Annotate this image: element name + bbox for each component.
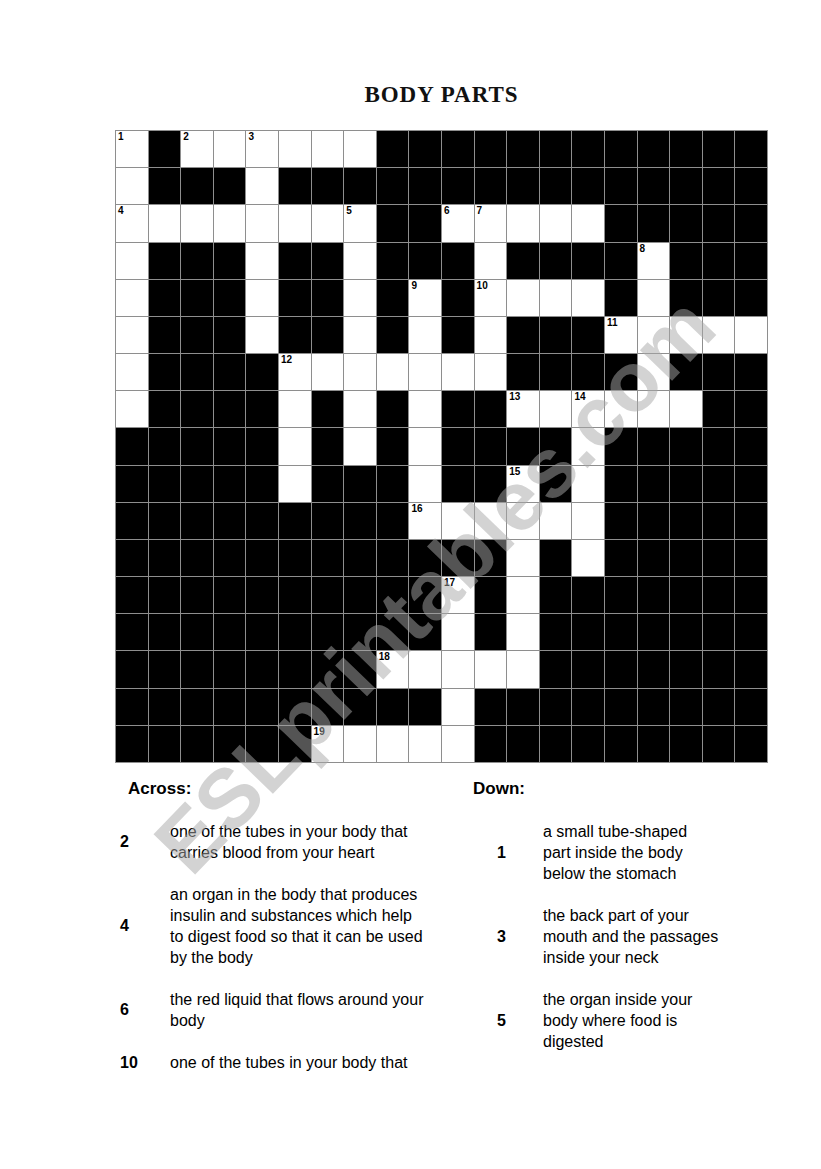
white-cell[interactable]: 4 [116, 205, 148, 241]
black-cell [312, 243, 344, 279]
black-cell [344, 689, 376, 725]
black-cell [540, 168, 572, 204]
black-cell [475, 428, 507, 464]
black-cell [605, 131, 637, 167]
black-cell [409, 168, 441, 204]
black-cell [344, 540, 376, 576]
white-cell[interactable] [181, 205, 213, 241]
black-cell [475, 131, 507, 167]
clue-item-number: 6 [120, 1001, 170, 1019]
black-cell [670, 243, 702, 279]
black-cell [181, 726, 213, 762]
black-cell [735, 354, 767, 390]
clue-item: 10one of the tubes in your body that [120, 1052, 470, 1073]
white-cell[interactable] [409, 317, 441, 353]
black-cell [735, 280, 767, 316]
white-cell[interactable] [116, 354, 148, 390]
black-cell [475, 614, 507, 650]
down-header: Down: [473, 779, 803, 799]
black-cell [149, 540, 181, 576]
black-cell [149, 168, 181, 204]
black-cell [279, 577, 311, 613]
clue-number: 12 [281, 355, 292, 365]
white-cell[interactable]: 5 [344, 205, 376, 241]
black-cell [703, 540, 735, 576]
clue-number: 6 [444, 206, 450, 216]
black-cell [214, 651, 246, 687]
white-cell[interactable] [475, 651, 507, 687]
black-cell [214, 726, 246, 762]
white-cell[interactable] [507, 280, 539, 316]
black-cell [116, 428, 148, 464]
black-cell [116, 540, 148, 576]
white-cell[interactable] [572, 205, 604, 241]
black-cell [670, 168, 702, 204]
white-cell[interactable] [409, 354, 441, 390]
black-cell [377, 391, 409, 427]
down-clue-list: 1a small tube-shaped part inside the bod… [473, 821, 803, 1052]
white-cell[interactable] [507, 577, 539, 613]
black-cell [181, 466, 213, 502]
white-cell[interactable] [344, 726, 376, 762]
black-cell [312, 651, 344, 687]
across-clue-list: 2one of the tubes in your body that carr… [120, 821, 470, 1073]
black-cell [442, 243, 474, 279]
black-cell [246, 614, 278, 650]
black-cell [181, 540, 213, 576]
black-cell [246, 726, 278, 762]
white-cell[interactable] [409, 428, 441, 464]
across-header: Across: [120, 779, 470, 799]
black-cell [507, 317, 539, 353]
black-cell [670, 577, 702, 613]
black-cell [475, 466, 507, 502]
black-cell [735, 651, 767, 687]
black-cell [149, 354, 181, 390]
white-cell[interactable]: 19 [312, 726, 344, 762]
white-cell[interactable] [638, 280, 670, 316]
black-cell [312, 317, 344, 353]
black-cell [214, 391, 246, 427]
black-cell [116, 503, 148, 539]
black-cell [214, 689, 246, 725]
clue-item-text: one of the tubes in your body that [170, 1052, 408, 1073]
white-cell[interactable] [507, 205, 539, 241]
black-cell [572, 651, 604, 687]
black-cell [214, 280, 246, 316]
black-cell [377, 577, 409, 613]
clue-number: 5 [346, 206, 352, 216]
black-cell [507, 168, 539, 204]
white-cell[interactable] [344, 428, 376, 464]
black-cell [670, 614, 702, 650]
white-cell[interactable] [246, 205, 278, 241]
white-cell[interactable] [116, 391, 148, 427]
black-cell [605, 726, 637, 762]
white-cell[interactable] [670, 317, 702, 353]
black-cell [605, 503, 637, 539]
white-cell[interactable]: 15 [507, 466, 539, 502]
white-cell[interactable] [279, 131, 311, 167]
black-cell [149, 280, 181, 316]
black-cell [572, 354, 604, 390]
white-cell[interactable] [507, 614, 539, 650]
black-cell [475, 689, 507, 725]
white-cell[interactable] [409, 651, 441, 687]
black-cell [279, 614, 311, 650]
black-cell [638, 466, 670, 502]
white-cell[interactable] [442, 651, 474, 687]
black-cell [605, 168, 637, 204]
white-cell[interactable] [279, 205, 311, 241]
black-cell [507, 726, 539, 762]
black-cell [149, 466, 181, 502]
black-cell [475, 540, 507, 576]
clue-number: 1 [118, 132, 124, 142]
black-cell [670, 726, 702, 762]
black-cell [670, 503, 702, 539]
black-cell [442, 280, 474, 316]
black-cell [377, 280, 409, 316]
white-cell[interactable] [703, 317, 735, 353]
black-cell [735, 168, 767, 204]
black-cell [638, 577, 670, 613]
black-cell [409, 540, 441, 576]
white-cell[interactable]: 2 [181, 131, 213, 167]
clue-item: 1a small tube-shaped part inside the bod… [473, 821, 803, 884]
black-cell [703, 243, 735, 279]
black-cell [149, 651, 181, 687]
white-cell[interactable]: 12 [279, 354, 311, 390]
clue-item-text: the red liquid that flows around your bo… [170, 989, 423, 1031]
black-cell [638, 540, 670, 576]
white-cell[interactable] [246, 243, 278, 279]
black-cell [703, 689, 735, 725]
black-cell [279, 503, 311, 539]
clue-number: 2 [183, 132, 189, 142]
black-cell [703, 428, 735, 464]
white-cell[interactable] [344, 243, 376, 279]
white-cell[interactable] [735, 317, 767, 353]
black-cell [214, 168, 246, 204]
black-cell [735, 205, 767, 241]
white-cell[interactable] [638, 354, 670, 390]
white-cell[interactable] [116, 317, 148, 353]
black-cell [475, 726, 507, 762]
white-cell[interactable] [442, 726, 474, 762]
black-cell [377, 614, 409, 650]
white-cell[interactable] [572, 503, 604, 539]
black-cell [246, 503, 278, 539]
black-cell [149, 577, 181, 613]
black-cell [181, 280, 213, 316]
black-cell [670, 428, 702, 464]
white-cell[interactable] [409, 391, 441, 427]
white-cell[interactable] [279, 466, 311, 502]
black-cell [735, 131, 767, 167]
clue-number: 16 [411, 504, 422, 514]
white-cell[interactable] [572, 466, 604, 502]
black-cell [735, 466, 767, 502]
white-cell[interactable] [572, 428, 604, 464]
clue-number: 14 [574, 392, 585, 402]
black-cell [703, 577, 735, 613]
black-cell [670, 689, 702, 725]
black-cell [214, 614, 246, 650]
black-cell [670, 280, 702, 316]
black-cell [312, 577, 344, 613]
clue-item: 3the back part of your mouth and the pas… [473, 905, 803, 968]
black-cell [540, 317, 572, 353]
black-cell [279, 540, 311, 576]
black-cell [540, 428, 572, 464]
white-cell[interactable] [638, 317, 670, 353]
white-cell[interactable] [475, 243, 507, 279]
black-cell [703, 726, 735, 762]
black-cell [703, 168, 735, 204]
white-cell[interactable] [475, 317, 507, 353]
black-cell [214, 577, 246, 613]
black-cell [442, 391, 474, 427]
white-cell[interactable]: 14 [572, 391, 604, 427]
black-cell [279, 168, 311, 204]
white-cell[interactable]: 7 [475, 205, 507, 241]
white-cell[interactable] [540, 205, 572, 241]
black-cell [377, 168, 409, 204]
white-cell[interactable] [377, 726, 409, 762]
white-cell[interactable] [377, 354, 409, 390]
white-cell[interactable] [312, 131, 344, 167]
black-cell [540, 614, 572, 650]
black-cell [116, 614, 148, 650]
black-cell [181, 689, 213, 725]
black-cell [409, 243, 441, 279]
white-cell[interactable] [572, 540, 604, 576]
black-cell [377, 540, 409, 576]
black-cell [344, 168, 376, 204]
black-cell [377, 503, 409, 539]
clue-number: 18 [379, 652, 390, 662]
white-cell[interactable] [409, 466, 441, 502]
white-cell[interactable] [116, 243, 148, 279]
white-cell[interactable] [344, 317, 376, 353]
black-cell [442, 131, 474, 167]
white-cell[interactable]: 10 [475, 280, 507, 316]
white-cell[interactable] [344, 391, 376, 427]
white-cell[interactable] [540, 280, 572, 316]
black-cell [442, 317, 474, 353]
black-cell [735, 614, 767, 650]
clue-item-text: the organ inside your body where food is… [543, 989, 692, 1052]
black-cell [540, 689, 572, 725]
clue-number: 13 [509, 392, 520, 402]
white-cell[interactable] [475, 354, 507, 390]
black-cell [181, 243, 213, 279]
black-cell [540, 131, 572, 167]
black-cell [181, 651, 213, 687]
white-cell[interactable]: 16 [409, 503, 441, 539]
black-cell [703, 280, 735, 316]
black-cell [475, 577, 507, 613]
white-cell[interactable] [279, 428, 311, 464]
black-cell [149, 131, 181, 167]
black-cell [703, 354, 735, 390]
clue-item-number: 4 [120, 917, 170, 935]
white-cell[interactable] [246, 317, 278, 353]
black-cell [572, 726, 604, 762]
black-cell [409, 614, 441, 650]
white-cell[interactable]: 17 [442, 577, 474, 613]
black-cell [572, 577, 604, 613]
black-cell [344, 614, 376, 650]
black-cell [344, 577, 376, 613]
black-cell [181, 168, 213, 204]
white-cell[interactable]: 3 [246, 131, 278, 167]
black-cell [246, 651, 278, 687]
white-cell[interactable] [605, 391, 637, 427]
black-cell [475, 168, 507, 204]
page-title: BODY PARTS [115, 82, 768, 108]
black-cell [540, 466, 572, 502]
clue-item-text: the back part of your mouth and the pass… [543, 905, 718, 968]
black-cell [181, 317, 213, 353]
white-cell[interactable] [279, 391, 311, 427]
white-cell[interactable] [214, 131, 246, 167]
black-cell [605, 243, 637, 279]
clue-number: 9 [411, 281, 417, 291]
white-cell[interactable] [116, 280, 148, 316]
white-cell[interactable]: 18 [377, 651, 409, 687]
white-cell[interactable] [344, 280, 376, 316]
black-cell [540, 726, 572, 762]
clue-item-number: 1 [473, 844, 543, 862]
white-cell[interactable] [638, 391, 670, 427]
white-cell[interactable] [442, 614, 474, 650]
clue-number: 7 [477, 206, 483, 216]
black-cell [246, 540, 278, 576]
black-cell [377, 205, 409, 241]
black-cell [638, 503, 670, 539]
black-cell [149, 503, 181, 539]
black-cell [312, 540, 344, 576]
black-cell [279, 280, 311, 316]
white-cell[interactable] [572, 280, 604, 316]
clue-item: 2one of the tubes in your body that carr… [120, 821, 470, 863]
white-cell[interactable] [312, 205, 344, 241]
clue-item-text: an organ in the body that produces insul… [170, 884, 423, 968]
black-cell [670, 354, 702, 390]
black-cell [703, 651, 735, 687]
white-cell[interactable] [442, 689, 474, 725]
black-cell [572, 168, 604, 204]
black-cell [507, 689, 539, 725]
black-cell [735, 503, 767, 539]
black-cell [181, 428, 213, 464]
black-cell [214, 466, 246, 502]
black-cell [279, 651, 311, 687]
black-cell [214, 428, 246, 464]
white-cell[interactable] [116, 168, 148, 204]
black-cell [116, 651, 148, 687]
black-cell [507, 131, 539, 167]
white-cell[interactable] [246, 280, 278, 316]
white-cell[interactable] [507, 651, 539, 687]
black-cell [377, 689, 409, 725]
black-cell [572, 614, 604, 650]
black-cell [670, 651, 702, 687]
black-cell [475, 391, 507, 427]
black-cell [214, 503, 246, 539]
white-cell[interactable] [475, 503, 507, 539]
black-cell [605, 466, 637, 502]
black-cell [181, 614, 213, 650]
black-cell [735, 726, 767, 762]
white-cell[interactable] [507, 503, 539, 539]
black-cell [540, 354, 572, 390]
white-cell[interactable] [149, 205, 181, 241]
black-cell [377, 131, 409, 167]
black-cell [638, 651, 670, 687]
white-cell[interactable] [312, 354, 344, 390]
white-cell[interactable]: 11 [605, 317, 637, 353]
crossword-grid: 12345678910111213141516171819 [115, 130, 768, 763]
black-cell [279, 243, 311, 279]
black-cell [312, 614, 344, 650]
white-cell[interactable] [442, 503, 474, 539]
white-cell[interactable] [344, 354, 376, 390]
white-cell[interactable] [540, 391, 572, 427]
black-cell [312, 466, 344, 502]
black-cell [149, 391, 181, 427]
across-clues-section: Across: 2one of the tubes in your body t… [120, 779, 470, 1094]
white-cell[interactable] [540, 503, 572, 539]
white-cell[interactable] [344, 131, 376, 167]
black-cell [312, 503, 344, 539]
white-cell[interactable]: 8 [638, 243, 670, 279]
clue-number: 10 [477, 281, 488, 291]
clue-item-number: 2 [120, 833, 170, 851]
black-cell [377, 428, 409, 464]
black-cell [572, 317, 604, 353]
black-cell [638, 614, 670, 650]
clue-item-text: one of the tubes in your body that carri… [170, 821, 408, 863]
white-cell[interactable] [246, 168, 278, 204]
black-cell [246, 354, 278, 390]
black-cell [703, 503, 735, 539]
white-cell[interactable] [409, 726, 441, 762]
white-cell[interactable]: 9 [409, 280, 441, 316]
white-cell[interactable]: 13 [507, 391, 539, 427]
white-cell[interactable] [442, 354, 474, 390]
white-cell[interactable] [214, 205, 246, 241]
black-cell [312, 428, 344, 464]
black-cell [409, 689, 441, 725]
white-cell[interactable] [670, 391, 702, 427]
black-cell [605, 428, 637, 464]
black-cell [735, 391, 767, 427]
clue-item: 6the red liquid that flows around your b… [120, 989, 470, 1031]
white-cell[interactable]: 6 [442, 205, 474, 241]
black-cell [344, 651, 376, 687]
clue-number: 19 [314, 727, 325, 737]
black-cell [409, 577, 441, 613]
black-cell [507, 354, 539, 390]
clue-number: 8 [640, 244, 646, 254]
white-cell[interactable]: 1 [116, 131, 148, 167]
white-cell[interactable] [507, 540, 539, 576]
black-cell [703, 131, 735, 167]
black-cell [540, 577, 572, 613]
